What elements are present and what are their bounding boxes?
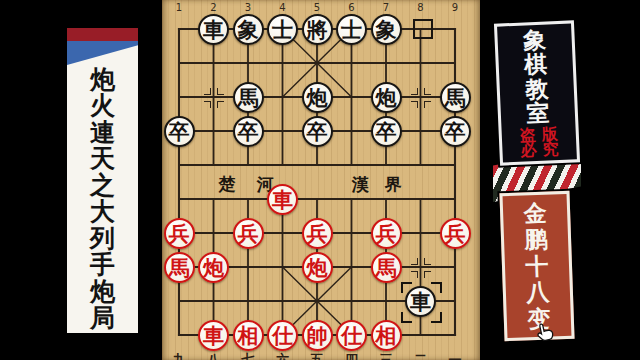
piracy-warning-text: 盗版必究 (519, 126, 558, 158)
banner-char: 炮 (90, 67, 115, 92)
piece-red-f1r7[interactable]: 馬 (164, 252, 195, 283)
piece-red-f3r6[interactable]: 兵 (233, 218, 264, 249)
banner-char: 局 (90, 305, 115, 330)
banner-red-stripe (67, 28, 138, 41)
banner-char: 必 (520, 142, 537, 158)
right-top-banner-title: 象棋教室 (523, 28, 550, 126)
piece-black-f5r0[interactable]: 將 (302, 14, 333, 45)
piece-black-f7r0[interactable]: 象 (371, 14, 402, 45)
last-move-target-marker (431, 312, 442, 323)
banner-char: 之 (90, 173, 115, 198)
left-banner-text: 炮火連天之大列手炮局 (67, 67, 138, 330)
piece-red-f2r7[interactable]: 炮 (198, 252, 229, 283)
point-marker (217, 88, 224, 95)
river-label-right: 漢 (351, 173, 369, 196)
file-label-bottom: 六 (274, 351, 292, 360)
piece-black-f4r0[interactable]: 士 (267, 14, 298, 45)
piece-red-f7r9[interactable]: 相 (371, 320, 402, 351)
file-number-top: 2 (206, 2, 222, 13)
point-marker (424, 101, 431, 108)
point-marker (424, 271, 431, 278)
river-label-left: 楚 (218, 173, 236, 196)
point-marker (411, 258, 418, 265)
file-label-bottom: 四 (343, 351, 361, 360)
file-number-top: 8 (413, 2, 429, 13)
banner-char: 十 (525, 252, 549, 279)
last-move-target-marker (401, 312, 412, 323)
last-move-origin-marker (413, 19, 433, 39)
river-label-right: 界 (384, 173, 402, 196)
point-marker (424, 88, 431, 95)
piece-black-f3r0[interactable]: 象 (233, 14, 264, 45)
left-title-banner: 炮火連天之大列手炮局 (67, 28, 138, 333)
piece-red-f2r9[interactable]: 車 (198, 320, 229, 351)
piece-red-f5r6[interactable]: 兵 (302, 218, 333, 249)
piece-red-f4r9[interactable]: 仕 (267, 320, 298, 351)
file-number-top: 7 (378, 2, 394, 13)
banner-char: 教 (525, 76, 549, 100)
banner-blue-triangle (67, 41, 138, 65)
file-label-bottom: 九 (170, 351, 188, 360)
file-number-top: 6 (344, 2, 360, 13)
xiangqi-board[interactable]: 123456789九八七六五四三二一楚河漢界車象士將士象馬炮炮馬卒卒卒卒卒車車兵… (162, 0, 480, 360)
right-bottom-banner-text: 金鹏十八变 (523, 200, 551, 333)
banner-char: 炮 (90, 279, 115, 304)
point-marker (217, 101, 224, 108)
banner-char: 天 (90, 146, 115, 171)
banner-char: 究 (542, 141, 559, 157)
file-label-bottom: 二 (412, 351, 430, 360)
hand-cursor-icon (534, 320, 557, 344)
file-number-top: 3 (240, 2, 256, 13)
piece-black-f3r3[interactable]: 卒 (233, 116, 264, 147)
right-top-banner: 象棋教室 盗版必究 (494, 20, 580, 165)
point-marker (411, 101, 418, 108)
file-label-bottom: 八 (205, 351, 223, 360)
piece-red-f6r9[interactable]: 仕 (336, 320, 367, 351)
piece-black-f7r2[interactable]: 炮 (371, 82, 402, 113)
piece-red-f4r5[interactable]: 車 (267, 184, 298, 215)
piece-black-f2r0[interactable]: 車 (198, 14, 229, 45)
video-frame: 炮火連天之大列手炮局 123456789九八七六五四三二一楚河漢界車象士將士象馬… (0, 0, 640, 360)
banner-char: 鹏 (524, 226, 548, 253)
piece-red-f7r7[interactable]: 馬 (371, 252, 402, 283)
file-label-bottom: 三 (377, 351, 395, 360)
point-marker (411, 88, 418, 95)
last-move-target-marker (401, 282, 412, 293)
banner-char: 室 (526, 101, 550, 125)
banner-char: 八 (526, 279, 550, 306)
piece-red-f5r7[interactable]: 炮 (302, 252, 333, 283)
point-marker (204, 88, 211, 95)
file-label-bottom: 一 (446, 351, 464, 360)
point-marker (424, 258, 431, 265)
banner-char: 象 (523, 28, 547, 52)
piece-red-f7r6[interactable]: 兵 (371, 218, 402, 249)
banner-char: 大 (90, 199, 115, 224)
banner-char: 棋 (524, 52, 548, 76)
last-move-target-marker (431, 282, 442, 293)
piece-black-f3r2[interactable]: 馬 (233, 82, 264, 113)
piece-red-f3r9[interactable]: 相 (233, 320, 264, 351)
piece-red-f1r6[interactable]: 兵 (164, 218, 195, 249)
point-marker (204, 101, 211, 108)
piece-black-f5r3[interactable]: 卒 (302, 116, 333, 147)
banner-char: 手 (90, 252, 115, 277)
banner-char: 列 (90, 226, 115, 251)
file-label-bottom: 七 (239, 351, 257, 360)
file-number-top: 1 (171, 2, 187, 13)
piece-red-f9r6[interactable]: 兵 (440, 218, 471, 249)
file-number-top: 9 (447, 2, 463, 13)
piece-black-f6r0[interactable]: 士 (336, 14, 367, 45)
right-bottom-banner: 金鹏十八变 (499, 191, 574, 341)
file-label-bottom: 五 (308, 351, 326, 360)
piece-black-f9r2[interactable]: 馬 (440, 82, 471, 113)
file-number-top: 4 (275, 2, 291, 13)
point-marker (411, 271, 418, 278)
file-number-top: 5 (309, 2, 325, 13)
piece-black-f7r3[interactable]: 卒 (371, 116, 402, 147)
piece-black-f1r3[interactable]: 卒 (164, 116, 195, 147)
banner-char: 金 (523, 200, 547, 227)
piece-black-f9r3[interactable]: 卒 (440, 116, 471, 147)
banner-char: 火 (90, 93, 115, 118)
banner-char: 連 (90, 120, 115, 145)
piece-red-f5r9[interactable]: 帥 (302, 320, 333, 351)
piece-black-f5r2[interactable]: 炮 (302, 82, 333, 113)
